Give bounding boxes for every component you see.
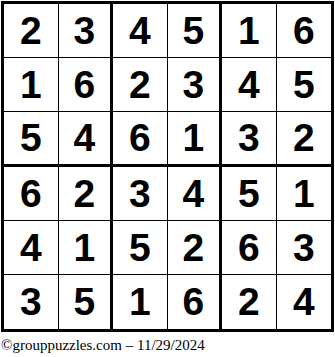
cell-r5c1: 4 <box>4 221 59 275</box>
cell-r1c3: 4 <box>113 4 168 58</box>
cell-r5c2: 1 <box>59 221 114 275</box>
sudoku-board: 234516162345546132623451415263351624 <box>1 1 334 332</box>
cell-r5c3: 5 <box>113 221 168 275</box>
cell-r1c6: 6 <box>277 4 332 58</box>
cell-r1c5: 1 <box>222 4 277 58</box>
cell-r3c3: 6 <box>113 112 168 166</box>
cell-r6c1: 3 <box>4 275 59 329</box>
cell-r2c2: 6 <box>59 58 114 112</box>
cell-r1c1: 2 <box>4 4 59 58</box>
cell-r1c2: 3 <box>59 4 114 58</box>
copyright-credit: ©grouppuzzles.com – 11/29/2024 <box>1 337 205 354</box>
cell-r3c2: 4 <box>59 112 114 166</box>
cell-r1c4: 5 <box>168 4 223 58</box>
puzzle-page: 234516162345546132623451415263351624 ©gr… <box>0 0 335 357</box>
cell-r2c6: 5 <box>277 58 332 112</box>
cell-r2c4: 3 <box>168 58 223 112</box>
cell-r4c3: 3 <box>113 167 168 221</box>
cell-r3c6: 2 <box>277 112 332 166</box>
cell-r4c2: 2 <box>59 167 114 221</box>
cell-r4c6: 1 <box>277 167 332 221</box>
cell-r3c5: 3 <box>222 112 277 166</box>
cell-r4c4: 4 <box>168 167 223 221</box>
cell-r5c4: 2 <box>168 221 223 275</box>
cell-r5c6: 3 <box>277 221 332 275</box>
cell-r4c1: 6 <box>4 167 59 221</box>
cell-r3c1: 5 <box>4 112 59 166</box>
cell-r2c5: 4 <box>222 58 277 112</box>
cell-r6c2: 5 <box>59 275 114 329</box>
cell-r6c6: 4 <box>277 275 332 329</box>
cell-r2c3: 2 <box>113 58 168 112</box>
cell-r2c1: 1 <box>4 58 59 112</box>
cell-r5c5: 6 <box>222 221 277 275</box>
cell-r6c5: 2 <box>222 275 277 329</box>
cell-r4c5: 5 <box>222 167 277 221</box>
cell-r6c4: 6 <box>168 275 223 329</box>
cell-r6c3: 1 <box>113 275 168 329</box>
cell-r3c4: 1 <box>168 112 223 166</box>
